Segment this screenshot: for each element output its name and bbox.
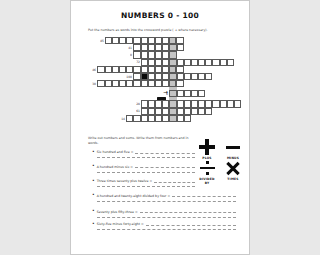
crossword-cell [198, 108, 205, 115]
crossword-cell [155, 51, 162, 58]
crossword-row [133, 44, 183, 51]
crossword-cell [148, 66, 155, 73]
crossword-cell [155, 59, 162, 66]
crossword-cell [205, 73, 212, 80]
bullet-icon: • [92, 179, 95, 184]
crossword-row [133, 73, 212, 80]
crossword-cell [227, 59, 234, 66]
answer-line-2 [97, 217, 236, 218]
crossword-cell [155, 80, 162, 87]
crossword-row [105, 37, 184, 44]
crossword-cell [162, 80, 169, 87]
crossword-cell [133, 37, 140, 44]
times-icon [225, 160, 241, 176]
crossword-cell [148, 80, 155, 87]
times-label: TIMES [223, 177, 243, 181]
clue-number: 61 [129, 109, 140, 112]
worksheet-page: NUMBERS 0 - 100 Put the numbers as words… [70, 0, 250, 255]
exercise-text: Three times seventy plus twelve = [97, 179, 153, 183]
crossword-cell [133, 66, 140, 73]
crossword-cell [184, 90, 191, 97]
crossword-row [97, 80, 183, 87]
crossword-cell [162, 59, 169, 66]
crossword-cell [205, 59, 212, 66]
crossword-cell [112, 37, 119, 44]
crossword-cell [191, 100, 198, 107]
exercise-text: A hundred minus six = [97, 165, 133, 169]
exercise-instructions-line1: Write out numbers and sums. Write them f… [88, 136, 189, 140]
clue-number: 14 [114, 117, 125, 120]
crossword-cell [112, 66, 119, 73]
crossword-cell [177, 108, 184, 115]
exercise-text: Seventy plus fifty-three = [97, 210, 138, 214]
exercise-text: Sixty-five minus forty-eight = [97, 222, 144, 226]
crossword-cell [176, 37, 183, 44]
crossword-cell [191, 90, 198, 97]
exercise-item: •Sixty-five minus forty-eight = [92, 222, 236, 227]
exercise-item: •A hundred minus six = [92, 164, 195, 169]
crossword-cell [119, 66, 126, 73]
crossword-cell [97, 66, 104, 73]
crossword-row [133, 51, 176, 58]
crossword-cell [155, 44, 162, 51]
crossword-cell [126, 80, 133, 87]
crossword-cell [126, 115, 133, 122]
crossword-cell [148, 37, 155, 44]
crossword-cell [177, 100, 184, 107]
crossword-row [141, 108, 213, 115]
crossword-cell [220, 100, 227, 107]
crossword-cell [177, 115, 184, 122]
crossword-cell [212, 100, 219, 107]
crossword-cell [141, 44, 148, 51]
crossword-row [97, 66, 183, 73]
crossword-cell-shaded [169, 51, 176, 58]
crossword-row [169, 90, 205, 97]
clue-number: 85 [93, 39, 104, 42]
crossword-cell [97, 80, 104, 87]
bullet-icon: • [92, 209, 95, 214]
crossword-cell [177, 73, 184, 80]
clue-number: 0 [121, 53, 132, 56]
crossword-cell [155, 66, 162, 73]
exercise-item: •Six hundred and five = [92, 150, 195, 155]
crossword-cell [184, 73, 191, 80]
crossword-row [126, 115, 191, 122]
exercise-item: •Seventy plus fifty-three = [92, 209, 236, 214]
crossword-cell [148, 73, 155, 80]
crossword-cell [198, 59, 205, 66]
crossword-cell [148, 44, 155, 51]
crossword-cell [148, 59, 155, 66]
crossword-cell [141, 37, 148, 44]
crossword-cell [176, 80, 183, 87]
crossword-cell [126, 37, 133, 44]
crossword-cell [220, 59, 227, 66]
exercise-instructions-line2: words. [88, 141, 99, 145]
crossword-cell [205, 100, 212, 107]
crossword-cell-shaded [169, 100, 176, 107]
clue-number: 30 [85, 82, 96, 85]
crossword-cell [162, 73, 169, 80]
crossword-cell [141, 115, 148, 122]
answer-line [146, 225, 236, 226]
crossword-cell [227, 100, 234, 107]
crossword-cell-shaded [169, 115, 176, 122]
exercise-item: •A hundred and twenty-eight divided by f… [92, 193, 236, 198]
crossword-cell [205, 108, 212, 115]
crossword-cell [133, 51, 140, 58]
plus-symbol: PLUS [197, 139, 217, 160]
crossword-cell [191, 59, 198, 66]
crossword-cell [119, 80, 126, 87]
crossword-cell [162, 115, 169, 122]
crossword-cell [184, 115, 191, 122]
crossword-cell [155, 73, 162, 80]
answer-line-2 [97, 201, 236, 202]
clue-number: 100 [121, 75, 132, 78]
bullet-icon: • [92, 150, 95, 155]
answer-line [135, 167, 195, 168]
answer-line-2 [97, 157, 195, 158]
answer-line-2 [97, 186, 195, 187]
crossword-cell [126, 66, 133, 73]
divide-icon [199, 160, 215, 176]
crossword-cell [133, 73, 140, 80]
crossword-row [141, 100, 242, 107]
crossword-cell [184, 59, 191, 66]
crossword-cell [162, 37, 169, 44]
exercise-text: A hundred and twenty-eight divided by fo… [97, 194, 170, 198]
crossword-cell-shaded [169, 37, 176, 44]
crossword-cell [141, 66, 148, 73]
crossword-row [141, 59, 234, 66]
crossword-cell [162, 66, 169, 73]
crossword-cell [177, 59, 184, 66]
crossword-cell [148, 108, 155, 115]
crossword-cell [141, 51, 148, 58]
crossword-cell-shaded [169, 90, 176, 97]
crossword-cell [198, 100, 205, 107]
crossword-cell [155, 100, 162, 107]
crossword-cell-shaded [169, 44, 176, 51]
crossword-cell [184, 108, 191, 115]
crossword-cell-shaded [169, 108, 176, 115]
crossword-cell [148, 100, 155, 107]
crossword-cell [133, 115, 140, 122]
crossword-cell [177, 44, 184, 51]
divide-symbol: DIVIDED BY [197, 160, 217, 185]
crossword-cell [198, 73, 205, 80]
crossword-cell [162, 100, 169, 107]
crossword-cell [112, 80, 119, 87]
crossword-cell [148, 115, 155, 122]
crossword-cell-shaded [169, 59, 176, 66]
crossword-cell [191, 73, 198, 80]
answer-line [154, 182, 195, 183]
crossword-cell [162, 108, 169, 115]
crossword-cell [141, 108, 148, 115]
exercise-text: Six hundred and five = [97, 150, 134, 154]
crossword-cell [148, 51, 155, 58]
exercise-item: •Three times seventy plus twelve = [92, 179, 195, 184]
crossword-cell [133, 44, 140, 51]
plus-icon [199, 139, 215, 155]
answer-line [140, 212, 236, 213]
minus-icon [225, 139, 241, 155]
crossword-cell [177, 90, 184, 97]
example-arrow-icon: → [160, 90, 168, 96]
crossword-cell [155, 37, 162, 44]
clue-number: 46 [85, 68, 96, 71]
bullet-icon: • [92, 164, 95, 169]
crossword-cell [184, 100, 191, 107]
answer-line-2 [97, 229, 236, 230]
bullet-icon: • [92, 193, 95, 198]
crossword-cell [162, 44, 169, 51]
clue-number: 72 [129, 60, 140, 63]
clue-number: 41 [121, 46, 132, 49]
crossword-cell [155, 108, 162, 115]
times-symbol: TIMES [223, 160, 243, 181]
crossword-cell [191, 108, 198, 115]
crossword-cell [141, 80, 148, 87]
crossword-cell-black [141, 73, 148, 80]
crossword-cell-shaded [169, 80, 176, 87]
crossword-cell [198, 90, 205, 97]
answer-line [135, 153, 195, 154]
bullet-icon: • [92, 222, 95, 227]
crossword-cell-shaded [169, 66, 176, 73]
crossword-cell [105, 37, 112, 44]
crossword-cell [155, 115, 162, 122]
crossword-cell-shaded [169, 73, 176, 80]
clue-number: 28 [129, 102, 140, 105]
crossword-cell [105, 66, 112, 73]
crossword-cell [105, 80, 112, 87]
crossword-cell [176, 66, 183, 73]
crossword-cell [212, 59, 219, 66]
crossword-cell [141, 100, 148, 107]
answer-line [172, 196, 236, 197]
crossword-cell [234, 100, 241, 107]
divide-label: DIVIDED BY [197, 177, 217, 185]
crossword-cell [141, 59, 148, 66]
crossword-cell [162, 51, 169, 58]
answer-line-2 [97, 172, 195, 173]
crossword-cell [119, 37, 126, 44]
minus-symbol: MINUS [223, 139, 243, 160]
crossword-cell [133, 80, 140, 87]
